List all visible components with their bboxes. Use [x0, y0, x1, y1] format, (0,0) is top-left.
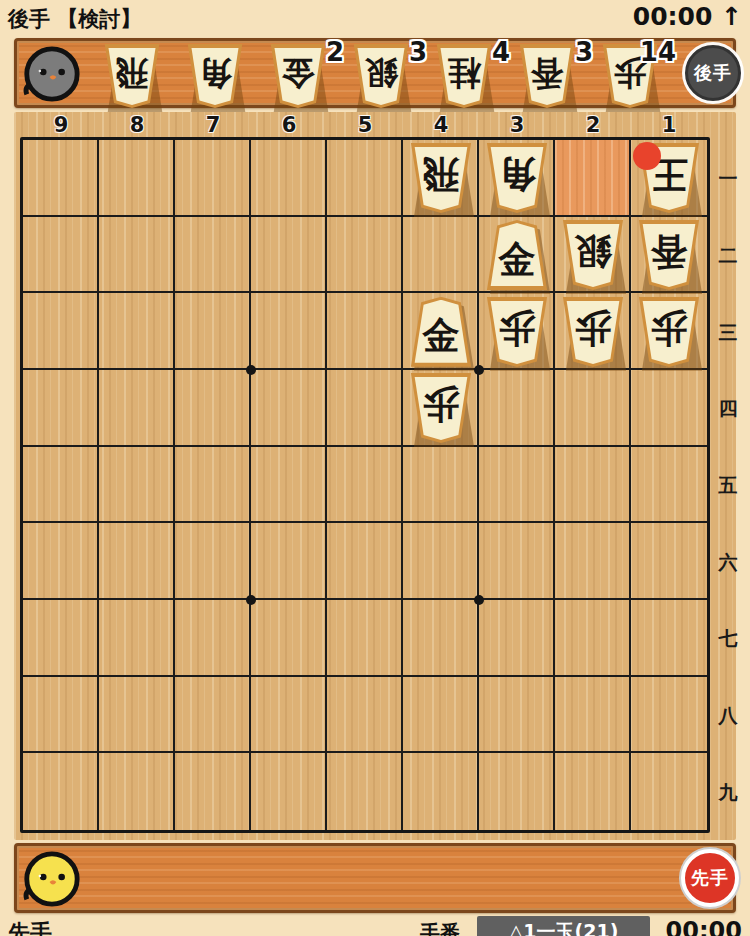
- shogi-piece-香-gote[interactable]: 香: [637, 220, 701, 290]
- hand-piece-香[interactable]: 香3: [518, 44, 576, 108]
- board-cell-6-一[interactable]: [251, 140, 327, 217]
- board-cell-3-四[interactable]: [479, 370, 555, 447]
- board-cell-8-六[interactable]: [99, 523, 175, 600]
- board-cell-7-二[interactable]: [175, 217, 251, 294]
- board-cell-6-八[interactable]: [251, 677, 327, 754]
- board-cell-4-五[interactable]: [403, 447, 479, 524]
- piece-body: 金: [269, 44, 327, 108]
- board-cell-3-九[interactable]: [479, 753, 555, 830]
- board-cell-8-七[interactable]: [99, 600, 175, 677]
- rank-label-7: 七: [716, 627, 740, 649]
- board-star-point: [474, 595, 484, 605]
- shogi-board: 987654321 一二三四五六七八九 飛角王金銀香金歩歩歩歩: [14, 112, 736, 840]
- sente-hand-tray: 先手: [14, 843, 736, 913]
- board-cell-7-六[interactable]: [175, 523, 251, 600]
- shogi-piece-歩-gote[interactable]: 歩: [637, 297, 701, 367]
- piece-kanji: 金: [269, 56, 327, 89]
- board-cell-9-八[interactable]: [23, 677, 99, 754]
- last-move-marker: [633, 142, 661, 170]
- current-move-box[interactable]: △1一玉(21): [477, 916, 650, 936]
- board-cell-1-七[interactable]: [631, 600, 707, 677]
- file-label-1: 1: [649, 113, 689, 137]
- shogi-analysis-screen: { "game": "shogi", "header": { "title": …: [0, 0, 750, 936]
- board-cell-9-一[interactable]: [23, 140, 99, 217]
- board-cell-9-三[interactable]: [23, 293, 99, 370]
- piece-body: 歩: [409, 373, 473, 443]
- shogi-piece-金-gote[interactable]: 金: [269, 44, 327, 108]
- piece-kanji: 桂: [435, 56, 493, 89]
- rank-label-1: 一: [716, 167, 740, 189]
- board-cell-9-六[interactable]: [23, 523, 99, 600]
- gote-badge-label: 後手: [694, 61, 732, 85]
- file-label-4: 4: [421, 113, 461, 137]
- board-cell-7-四[interactable]: [175, 370, 251, 447]
- piece-body: 桂: [435, 44, 493, 108]
- board-cell-2-七[interactable]: [555, 600, 631, 677]
- piece-kanji: 香: [637, 233, 701, 270]
- board-cell-8-八[interactable]: [99, 677, 175, 754]
- board-cell-4-七[interactable]: [403, 600, 479, 677]
- piece-kanji: 歩: [485, 310, 549, 347]
- shogi-piece-銀-gote[interactable]: 銀: [352, 44, 410, 108]
- piece-body: 銀: [561, 220, 625, 290]
- board-cell-3-八[interactable]: [479, 677, 555, 754]
- board-cell-6-五[interactable]: [251, 447, 327, 524]
- board-cell-1-四[interactable]: [631, 370, 707, 447]
- file-label-8: 8: [117, 113, 157, 137]
- piece-kanji: 飛: [409, 156, 473, 193]
- piece-body: 香: [637, 220, 701, 290]
- piece-body: 飛: [103, 44, 161, 108]
- gote-bird-avatar: [20, 43, 82, 105]
- shogi-piece-飛-gote[interactable]: 飛: [103, 44, 161, 108]
- board-cell-7-七[interactable]: [175, 600, 251, 677]
- board-cell-3-七[interactable]: [479, 600, 555, 677]
- board-cell-3-五[interactable]: [479, 447, 555, 524]
- board-cell-1-六[interactable]: [631, 523, 707, 600]
- piece-body: 香: [518, 44, 576, 108]
- gote-badge: 後手: [685, 45, 741, 101]
- hand-piece-金[interactable]: 金2: [269, 44, 327, 108]
- hand-piece-count: 14: [640, 37, 676, 67]
- piece-kanji: 飛: [103, 56, 161, 89]
- board-cell-8-四[interactable]: [99, 370, 175, 447]
- sente-chick-avatar: [20, 848, 82, 910]
- player-mode-title: 後手 【検討】: [8, 5, 141, 33]
- shogi-piece-銀-gote[interactable]: 銀: [561, 220, 625, 290]
- hand-piece-count: 2: [326, 37, 344, 67]
- piece-body: 金: [409, 297, 473, 367]
- piece-body: 金: [485, 220, 549, 290]
- board-cell-6-二[interactable]: [251, 217, 327, 294]
- hand-piece-count: 3: [409, 37, 427, 67]
- board-cell-2-九[interactable]: [555, 753, 631, 830]
- board-cell-5-九[interactable]: [327, 753, 403, 830]
- file-label-9: 9: [41, 113, 81, 137]
- board-cell-2-六[interactable]: [555, 523, 631, 600]
- piece-body: 角: [186, 44, 244, 108]
- piece-kanji: 香: [518, 56, 576, 89]
- shogi-piece-金-sente[interactable]: 金: [409, 297, 473, 367]
- board-cell-6-三[interactable]: [251, 293, 327, 370]
- board-cell-6-四[interactable]: [251, 370, 327, 447]
- piece-body: 銀: [352, 44, 410, 108]
- hand-piece-銀[interactable]: 銀3: [352, 44, 410, 108]
- rank-label-8: 八: [716, 704, 740, 726]
- board-cell-7-九[interactable]: [175, 753, 251, 830]
- turn-label: 手番: [420, 920, 460, 936]
- hand-piece-count: 4: [492, 37, 510, 67]
- sente-badge-label: 先手: [691, 866, 729, 890]
- rank-label-4: 四: [716, 397, 740, 419]
- hand-piece-歩[interactable]: 歩14: [601, 44, 659, 108]
- board-cell-5-一[interactable]: [327, 140, 403, 217]
- piece-kanji: 金: [409, 317, 473, 354]
- board-cell-6-七[interactable]: [251, 600, 327, 677]
- shogi-piece-金-sente[interactable]: 金: [485, 220, 549, 290]
- board-cell-2-四[interactable]: [555, 370, 631, 447]
- board-star-point: [474, 365, 484, 375]
- sente-name-label: 先手: [8, 918, 52, 936]
- gote-clock-time: 00:00: [633, 2, 713, 31]
- board-cell-8-三[interactable]: [99, 293, 175, 370]
- gote-hand-tray: 飛角金2銀3桂4香3歩14 後手: [14, 38, 736, 108]
- piece-kanji: 銀: [561, 233, 625, 270]
- board-cell-5-五[interactable]: [327, 447, 403, 524]
- shogi-piece-角-gote[interactable]: 角: [186, 44, 244, 108]
- file-label-5: 5: [345, 113, 385, 137]
- hand-piece-飛[interactable]: 飛: [103, 44, 161, 108]
- board-cell-5-七[interactable]: [327, 600, 403, 677]
- board-star-point: [246, 365, 256, 375]
- shogi-piece-歩-gote[interactable]: 歩: [485, 297, 549, 367]
- shogi-piece-歩-gote[interactable]: 歩: [409, 373, 473, 443]
- board-cell-7-一[interactable]: [175, 140, 251, 217]
- board-cell-9-九[interactable]: [23, 753, 99, 830]
- bottom-info-bar: 先手 手番 △1一玉(21) 00:00: [0, 916, 750, 936]
- shogi-piece-角-gote[interactable]: 角: [485, 143, 549, 213]
- rank-label-6: 六: [716, 551, 740, 573]
- board-cell-7-五[interactable]: [175, 447, 251, 524]
- board-cell-9-五[interactable]: [23, 447, 99, 524]
- shogi-piece-歩-gote[interactable]: 歩: [561, 297, 625, 367]
- piece-body: 飛: [409, 143, 473, 213]
- piece-kanji: 角: [186, 56, 244, 89]
- piece-kanji: 歩: [561, 310, 625, 347]
- board-cell-1-五[interactable]: [631, 447, 707, 524]
- board-cell-4-六[interactable]: [403, 523, 479, 600]
- sente-clock-time: 00:00: [666, 917, 742, 936]
- shogi-piece-飛-gote[interactable]: 飛: [409, 143, 473, 213]
- board-cell-4-九[interactable]: [403, 753, 479, 830]
- shogi-piece-香-gote[interactable]: 香: [518, 44, 576, 108]
- sente-badge: 先手: [681, 849, 739, 907]
- board-cell-7-三[interactable]: [175, 293, 251, 370]
- board-cell-9-二[interactable]: [23, 217, 99, 294]
- piece-kanji: 金: [485, 240, 549, 277]
- board-cell-9-七[interactable]: [23, 600, 99, 677]
- rank-label-2: 二: [716, 244, 740, 266]
- board-cell-8-五[interactable]: [99, 447, 175, 524]
- shogi-piece-桂-gote[interactable]: 桂: [435, 44, 493, 108]
- rank-label-5: 五: [716, 474, 740, 496]
- hand-piece-count: 3: [575, 37, 593, 67]
- board-cell-5-八[interactable]: [327, 677, 403, 754]
- file-label-3: 3: [497, 113, 537, 137]
- top-status-bar: 後手 【検討】 00:00 ↑: [0, 0, 750, 36]
- board-cell-5-二[interactable]: [327, 217, 403, 294]
- piece-body: 歩: [561, 297, 625, 367]
- board-star-point: [246, 595, 256, 605]
- piece-body: 角: [485, 143, 549, 213]
- board-cell-2-五[interactable]: [555, 447, 631, 524]
- piece-body: 歩: [485, 297, 549, 367]
- file-label-2: 2: [573, 113, 613, 137]
- board-cell-5-六[interactable]: [327, 523, 403, 600]
- piece-body: 歩: [637, 297, 701, 367]
- piece-kanji: 歩: [409, 386, 473, 423]
- file-label-6: 6: [269, 113, 309, 137]
- board-cell-4-八[interactable]: [403, 677, 479, 754]
- board-cell-8-二[interactable]: [99, 217, 175, 294]
- clock-up-arrow-icon: ↑: [721, 2, 742, 31]
- board-cell-6-九[interactable]: [251, 753, 327, 830]
- gote-hand-pieces: 飛角金2銀3桂4香3歩14: [103, 44, 659, 108]
- gote-clock: 00:00 ↑: [633, 2, 742, 31]
- board-cell-1-八[interactable]: [631, 677, 707, 754]
- board-cell-9-四[interactable]: [23, 370, 99, 447]
- current-move-text: △1一玉(21): [509, 919, 619, 936]
- board-cell-4-二[interactable]: [403, 217, 479, 294]
- board-cell-8-九[interactable]: [99, 753, 175, 830]
- piece-kanji: 歩: [637, 310, 701, 347]
- file-label-7: 7: [193, 113, 233, 137]
- piece-kanji: 角: [485, 156, 549, 193]
- board-cell-5-四[interactable]: [327, 370, 403, 447]
- board-cell-7-八[interactable]: [175, 677, 251, 754]
- board-cell-2-一[interactable]: [555, 140, 631, 217]
- board-cell-1-九[interactable]: [631, 753, 707, 830]
- rank-label-3: 三: [716, 321, 740, 343]
- board-cell-2-八[interactable]: [555, 677, 631, 754]
- board-cell-6-六[interactable]: [251, 523, 327, 600]
- rank-label-9: 九: [716, 781, 740, 803]
- board-cell-3-六[interactable]: [479, 523, 555, 600]
- board-cell-8-一[interactable]: [99, 140, 175, 217]
- hand-piece-桂[interactable]: 桂4: [435, 44, 493, 108]
- piece-kanji: 銀: [352, 56, 410, 89]
- board-cell-5-三[interactable]: [327, 293, 403, 370]
- hand-piece-角[interactable]: 角: [186, 44, 244, 108]
